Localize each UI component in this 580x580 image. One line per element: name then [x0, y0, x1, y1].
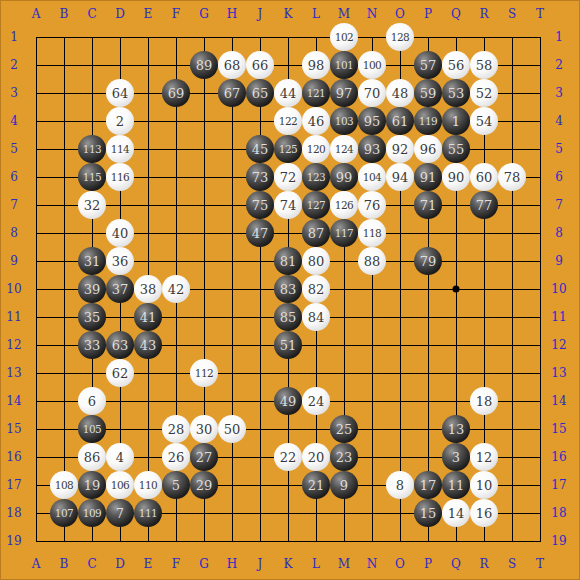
move-number: 127	[307, 200, 326, 211]
move-number: 6	[88, 395, 96, 408]
move-number: 73	[252, 171, 269, 184]
stone-white-N9: 88	[358, 247, 386, 275]
stone-white-R2: 58	[470, 51, 498, 79]
stone-black-Q15: 13	[442, 415, 470, 443]
row-label-right-2: 2	[555, 59, 563, 71]
col-label-top-R: R	[479, 8, 488, 20]
move-number: 57	[420, 59, 437, 72]
go-board: AABBCCDDEEFFGGHHJJKKLLMMNNOOPPQQRRSSTT11…	[0, 0, 580, 580]
move-number: 91	[420, 171, 437, 184]
row-label-right-4: 4	[555, 115, 563, 127]
row-label-left-8: 8	[10, 227, 18, 239]
move-number: 62	[112, 367, 129, 380]
move-number: 13	[448, 423, 465, 436]
move-number: 47	[252, 227, 269, 240]
stone-black-J7: 75	[246, 191, 274, 219]
col-label-bottom-T: T	[536, 558, 544, 570]
move-number: 92	[392, 143, 409, 156]
stone-white-R16: 12	[470, 443, 498, 471]
row-label-left-5: 5	[10, 143, 18, 155]
stone-black-O4: 61	[386, 107, 414, 135]
stone-white-N6: 104	[358, 163, 386, 191]
col-label-top-K: K	[284, 8, 293, 20]
stone-white-L9: 80	[302, 247, 330, 275]
stone-black-P7: 71	[414, 191, 442, 219]
stone-black-L6: 123	[302, 163, 330, 191]
row-label-left-19: 19	[6, 535, 21, 547]
move-number: 113	[83, 144, 102, 155]
move-number: 3	[452, 451, 460, 464]
stone-black-C17: 19	[78, 471, 106, 499]
stone-white-M7: 126	[330, 191, 358, 219]
col-label-bottom-M: M	[338, 558, 350, 570]
move-number: 121	[307, 88, 326, 99]
move-number: 75	[252, 199, 269, 212]
move-number: 40	[112, 227, 129, 240]
move-number: 83	[280, 283, 297, 296]
move-number: 41	[140, 311, 157, 324]
move-number: 98	[308, 59, 325, 72]
stone-white-L14: 24	[302, 387, 330, 415]
stone-black-E12: 43	[134, 331, 162, 359]
stone-white-G15: 30	[190, 415, 218, 443]
stone-white-K16: 22	[274, 443, 302, 471]
stone-white-L4: 46	[302, 107, 330, 135]
stone-black-M16: 23	[330, 443, 358, 471]
move-number: 87	[308, 227, 325, 240]
stone-white-R18: 16	[470, 499, 498, 527]
move-number: 35	[84, 311, 101, 324]
row-label-right-15: 15	[551, 423, 566, 435]
row-label-left-2: 2	[10, 59, 18, 71]
move-number: 90	[448, 171, 465, 184]
stone-black-B18: 107	[50, 499, 78, 527]
row-label-right-16: 16	[551, 451, 566, 463]
stone-white-L5: 120	[302, 135, 330, 163]
stone-black-C18: 109	[78, 499, 106, 527]
row-label-right-14: 14	[551, 395, 566, 407]
stone-black-M8: 117	[330, 219, 358, 247]
stone-black-P4: 119	[414, 107, 442, 135]
row-label-left-6: 6	[10, 171, 18, 183]
stone-white-S6: 78	[498, 163, 526, 191]
row-label-right-18: 18	[551, 507, 566, 519]
move-number: 45	[252, 143, 269, 156]
stone-white-D6: 116	[106, 163, 134, 191]
row-label-left-1: 1	[10, 31, 18, 43]
stone-white-H2: 68	[218, 51, 246, 79]
row-label-right-9: 9	[555, 255, 563, 267]
move-number: 120	[307, 144, 326, 155]
stone-black-N4: 95	[358, 107, 386, 135]
stone-black-C15: 105	[78, 415, 106, 443]
stone-black-L7: 127	[302, 191, 330, 219]
stone-white-D4: 2	[106, 107, 134, 135]
col-label-top-M: M	[338, 8, 350, 20]
move-number: 85	[280, 311, 297, 324]
col-label-bottom-P: P	[424, 558, 432, 570]
move-number: 50	[224, 423, 241, 436]
move-number: 30	[196, 423, 213, 436]
stone-white-K3: 44	[274, 79, 302, 107]
move-number: 77	[476, 199, 493, 212]
move-number: 81	[280, 255, 297, 268]
stone-black-D18: 7	[106, 499, 134, 527]
stone-white-H15: 50	[218, 415, 246, 443]
stone-white-Q2: 56	[442, 51, 470, 79]
stone-black-H3: 67	[218, 79, 246, 107]
stone-black-C9: 31	[78, 247, 106, 275]
stone-black-P9: 79	[414, 247, 442, 275]
col-label-bottom-C: C	[87, 558, 96, 570]
stone-white-O1: 128	[386, 23, 414, 51]
col-label-bottom-R: R	[479, 558, 488, 570]
move-number: 115	[83, 172, 102, 183]
move-number: 19	[84, 479, 101, 492]
stone-black-Q16: 3	[442, 443, 470, 471]
move-number: 116	[111, 172, 130, 183]
stone-black-L3: 121	[302, 79, 330, 107]
move-number: 99	[336, 171, 353, 184]
col-label-bottom-B: B	[60, 558, 69, 570]
move-number: 26	[168, 451, 185, 464]
move-number: 111	[139, 508, 158, 519]
move-number: 89	[196, 59, 213, 72]
stone-white-G13: 112	[190, 359, 218, 387]
move-number: 114	[111, 144, 130, 155]
move-number: 110	[139, 480, 158, 491]
stone-white-O6: 94	[386, 163, 414, 191]
stone-white-C7: 32	[78, 191, 106, 219]
move-number: 12	[476, 451, 493, 464]
move-number: 37	[112, 283, 129, 296]
move-number: 21	[308, 479, 325, 492]
stone-black-D12: 63	[106, 331, 134, 359]
move-number: 94	[392, 171, 409, 184]
move-number: 43	[140, 339, 157, 352]
stone-black-F17: 5	[162, 471, 190, 499]
move-number: 84	[308, 311, 325, 324]
stone-white-D5: 114	[106, 135, 134, 163]
move-number: 74	[280, 199, 297, 212]
stone-white-O17: 8	[386, 471, 414, 499]
row-label-left-11: 11	[6, 311, 21, 323]
move-number: 112	[195, 368, 214, 379]
stone-black-M6: 99	[330, 163, 358, 191]
move-number: 31	[84, 255, 101, 268]
col-label-bottom-L: L	[312, 558, 320, 570]
stone-white-B17: 108	[50, 471, 78, 499]
col-label-top-L: L	[312, 8, 320, 20]
col-label-top-T: T	[536, 8, 544, 20]
stone-black-E18: 111	[134, 499, 162, 527]
move-number: 122	[279, 116, 298, 127]
col-label-top-C: C	[87, 8, 96, 20]
row-label-right-10: 10	[551, 283, 566, 295]
col-label-bottom-G: G	[199, 558, 209, 570]
move-number: 79	[420, 255, 437, 268]
col-label-bottom-N: N	[367, 558, 378, 570]
stone-black-K5: 125	[274, 135, 302, 163]
move-number: 67	[224, 87, 241, 100]
col-label-top-Q: Q	[451, 8, 461, 20]
row-label-right-12: 12	[551, 339, 566, 351]
stone-white-L10: 82	[302, 275, 330, 303]
stone-white-D16: 4	[106, 443, 134, 471]
row-label-right-19: 19	[551, 535, 566, 547]
move-number: 109	[83, 508, 102, 519]
stone-black-J8: 47	[246, 219, 274, 247]
stone-black-M4: 103	[330, 107, 358, 135]
stone-black-J6: 73	[246, 163, 274, 191]
col-label-bottom-S: S	[508, 558, 516, 570]
move-number: 22	[280, 451, 297, 464]
col-label-top-H: H	[227, 8, 237, 20]
stone-white-D8: 40	[106, 219, 134, 247]
row-label-left-14: 14	[6, 395, 21, 407]
row-label-left-4: 4	[10, 115, 18, 127]
move-number: 36	[112, 255, 129, 268]
move-number: 126	[335, 200, 354, 211]
stone-white-R17: 10	[470, 471, 498, 499]
stone-white-D9: 36	[106, 247, 134, 275]
row-label-left-17: 17	[6, 479, 21, 491]
stone-black-Q4: 1	[442, 107, 470, 135]
move-number: 54	[476, 115, 493, 128]
stone-white-N3: 70	[358, 79, 386, 107]
col-label-top-O: O	[395, 8, 405, 20]
stone-white-K4: 122	[274, 107, 302, 135]
stone-black-P17: 17	[414, 471, 442, 499]
col-label-top-A: A	[32, 8, 41, 20]
row-label-left-15: 15	[6, 423, 21, 435]
move-number: 103	[335, 116, 354, 127]
stone-black-G17: 29	[190, 471, 218, 499]
stone-black-Q3: 53	[442, 79, 470, 107]
stone-white-C14: 6	[78, 387, 106, 415]
move-number: 128	[391, 32, 410, 43]
row-label-right-8: 8	[555, 227, 563, 239]
stone-black-E11: 41	[134, 303, 162, 331]
move-number: 69	[168, 87, 185, 100]
move-number: 76	[364, 199, 381, 212]
col-label-bottom-O: O	[395, 558, 405, 570]
stone-black-P6: 91	[414, 163, 442, 191]
move-number: 15	[420, 507, 437, 520]
col-label-bottom-K: K	[284, 558, 293, 570]
row-label-left-10: 10	[6, 283, 21, 295]
col-label-bottom-F: F	[172, 558, 180, 570]
col-label-top-N: N	[367, 8, 378, 20]
stone-black-K12: 51	[274, 331, 302, 359]
move-number: 32	[84, 199, 101, 212]
row-label-left-13: 13	[6, 367, 21, 379]
stone-white-E10: 38	[134, 275, 162, 303]
move-number: 123	[307, 172, 326, 183]
move-number: 23	[336, 451, 353, 464]
stone-black-P3: 59	[414, 79, 442, 107]
stone-black-C6: 115	[78, 163, 106, 191]
stone-white-R6: 60	[470, 163, 498, 191]
move-number: 61	[392, 115, 409, 128]
move-number: 8	[396, 479, 404, 492]
row-label-right-7: 7	[555, 199, 563, 211]
stone-black-C11: 35	[78, 303, 106, 331]
move-number: 24	[308, 395, 325, 408]
stone-white-F15: 28	[162, 415, 190, 443]
move-number: 59	[420, 87, 437, 100]
move-number: 38	[140, 283, 157, 296]
stone-white-Q18: 14	[442, 499, 470, 527]
move-number: 14	[448, 507, 465, 520]
stone-black-K11: 85	[274, 303, 302, 331]
stone-black-J5: 45	[246, 135, 274, 163]
col-label-bottom-D: D	[115, 558, 125, 570]
stone-black-M3: 97	[330, 79, 358, 107]
row-label-right-13: 13	[551, 367, 566, 379]
move-number: 93	[364, 143, 381, 156]
stone-white-P5: 96	[414, 135, 442, 163]
stone-white-L16: 20	[302, 443, 330, 471]
move-number: 119	[419, 116, 438, 127]
row-label-left-12: 12	[6, 339, 21, 351]
stone-white-O3: 48	[386, 79, 414, 107]
stone-black-P2: 57	[414, 51, 442, 79]
move-number: 33	[84, 339, 101, 352]
move-number: 7	[116, 507, 124, 520]
move-number: 96	[420, 143, 437, 156]
col-label-top-S: S	[508, 8, 516, 20]
move-number: 100	[363, 60, 382, 71]
col-label-top-G: G	[199, 8, 209, 20]
move-number: 18	[476, 395, 493, 408]
move-number: 86	[84, 451, 101, 464]
stone-black-K10: 83	[274, 275, 302, 303]
stone-white-R14: 18	[470, 387, 498, 415]
move-number: 65	[252, 87, 269, 100]
move-number: 78	[504, 171, 521, 184]
move-number: 82	[308, 283, 325, 296]
stone-black-L17: 21	[302, 471, 330, 499]
move-number: 106	[111, 480, 130, 491]
move-number: 17	[420, 479, 437, 492]
row-label-left-9: 9	[10, 255, 18, 267]
col-label-bottom-E: E	[144, 558, 153, 570]
move-number: 58	[476, 59, 493, 72]
stone-white-J2: 66	[246, 51, 274, 79]
col-label-bottom-Q: Q	[451, 558, 461, 570]
stone-white-R3: 52	[470, 79, 498, 107]
stone-black-R7: 77	[470, 191, 498, 219]
move-number: 51	[280, 339, 297, 352]
stone-black-G2: 89	[190, 51, 218, 79]
row-label-right-3: 3	[555, 87, 563, 99]
stone-black-C5: 113	[78, 135, 106, 163]
col-label-bottom-H: H	[227, 558, 237, 570]
row-label-left-7: 7	[10, 199, 18, 211]
move-number: 117	[335, 228, 354, 239]
move-number: 10	[476, 479, 493, 492]
move-number: 60	[476, 171, 493, 184]
move-number: 52	[476, 87, 493, 100]
move-number: 56	[448, 59, 465, 72]
stone-black-M15: 25	[330, 415, 358, 443]
move-number: 29	[196, 479, 213, 492]
move-number: 39	[84, 283, 101, 296]
stone-black-N5: 93	[358, 135, 386, 163]
stone-white-D13: 62	[106, 359, 134, 387]
move-number: 53	[448, 87, 465, 100]
col-label-top-P: P	[424, 8, 432, 20]
stone-white-F10: 42	[162, 275, 190, 303]
move-number: 5	[172, 479, 180, 492]
stone-black-J3: 65	[246, 79, 274, 107]
move-number: 2	[116, 115, 124, 128]
stone-black-C10: 39	[78, 275, 106, 303]
row-label-left-18: 18	[6, 507, 21, 519]
row-label-right-5: 5	[555, 143, 563, 155]
move-number: 118	[363, 228, 382, 239]
move-number: 28	[168, 423, 185, 436]
stone-black-K9: 81	[274, 247, 302, 275]
move-number: 42	[168, 283, 185, 296]
row-label-left-3: 3	[10, 87, 18, 99]
row-label-right-11: 11	[551, 311, 566, 323]
stone-black-K14: 49	[274, 387, 302, 415]
move-number: 68	[224, 59, 241, 72]
move-number: 70	[364, 87, 381, 100]
col-label-bottom-J: J	[258, 558, 263, 570]
col-label-top-F: F	[172, 8, 180, 20]
stone-white-F16: 26	[162, 443, 190, 471]
col-label-top-D: D	[115, 8, 125, 20]
row-label-right-17: 17	[551, 479, 566, 491]
move-number: 101	[335, 60, 354, 71]
stone-black-L8: 87	[302, 219, 330, 247]
move-number: 63	[112, 339, 129, 352]
stone-white-N7: 76	[358, 191, 386, 219]
move-number: 46	[308, 115, 325, 128]
move-number: 4	[116, 451, 124, 464]
move-number: 9	[340, 479, 348, 492]
star-point-Q10	[453, 286, 460, 293]
stone-white-K6: 72	[274, 163, 302, 191]
move-number: 95	[364, 115, 381, 128]
move-number: 71	[420, 199, 437, 212]
stone-white-C16: 86	[78, 443, 106, 471]
col-label-top-E: E	[144, 8, 153, 20]
move-number: 64	[112, 87, 129, 100]
stone-black-F3: 69	[162, 79, 190, 107]
col-label-bottom-A: A	[32, 558, 41, 570]
stone-white-K7: 74	[274, 191, 302, 219]
move-number: 25	[336, 423, 353, 436]
row-label-right-1: 1	[555, 31, 563, 43]
move-number: 80	[308, 255, 325, 268]
stone-black-M17: 9	[330, 471, 358, 499]
stone-black-P18: 15	[414, 499, 442, 527]
move-number: 49	[280, 395, 297, 408]
move-number: 105	[83, 424, 102, 435]
move-number: 125	[279, 144, 298, 155]
stone-white-E17: 110	[134, 471, 162, 499]
stone-white-L11: 84	[302, 303, 330, 331]
move-number: 107	[55, 508, 74, 519]
stone-white-M1: 102	[330, 23, 358, 51]
move-number: 108	[55, 480, 74, 491]
move-number: 11	[448, 479, 465, 492]
move-number: 66	[252, 59, 269, 72]
